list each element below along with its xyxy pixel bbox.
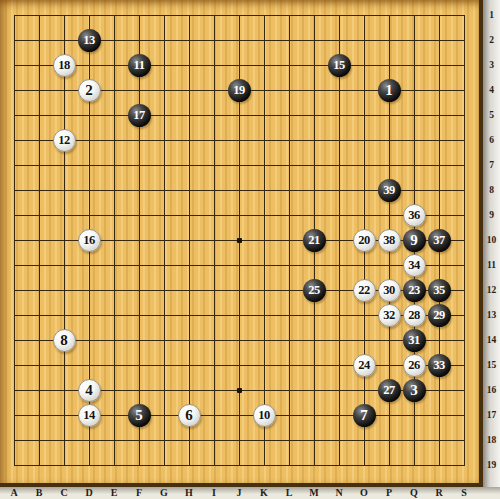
stone-number: 29	[433, 309, 445, 322]
stone-30: 30	[378, 279, 401, 302]
stone-36: 36	[403, 204, 426, 227]
stone-number: 19	[233, 84, 245, 97]
stone-number: 5	[135, 408, 143, 423]
stone-21: 21	[303, 229, 326, 252]
column-label-C: C	[52, 487, 76, 499]
stone-7: 7	[353, 404, 376, 427]
stone-6: 6	[178, 404, 201, 427]
stone-39: 39	[378, 179, 401, 202]
stone-number: 34	[408, 259, 420, 272]
stone-15: 15	[328, 54, 351, 77]
stone-number: 8	[60, 333, 68, 348]
stone-number: 15	[333, 59, 345, 72]
column-label-H: H	[177, 487, 201, 499]
grid-line-horizontal	[14, 265, 465, 266]
grid-line-vertical	[464, 15, 465, 466]
stone-13: 13	[78, 29, 101, 52]
column-label-A: A	[2, 487, 26, 499]
stone-24: 24	[353, 354, 376, 377]
stone-number: 31	[408, 334, 420, 347]
stone-number: 27	[383, 384, 395, 397]
stone-3: 3	[403, 379, 426, 402]
stone-9: 9	[403, 229, 426, 252]
star-point	[237, 238, 242, 243]
row-label-5: 5	[483, 108, 500, 122]
go-kifu-viewer: ABCDEFGHIJKLMNOPQRS123456789101112131415…	[0, 0, 500, 499]
stone-1: 1	[378, 79, 401, 102]
stone-10: 10	[253, 404, 276, 427]
stone-number: 30	[383, 284, 395, 297]
stone-number: 6	[185, 408, 193, 423]
row-label-15: 15	[483, 358, 500, 372]
stone-14: 14	[78, 404, 101, 427]
stone-number: 21	[308, 234, 320, 247]
stone-number: 35	[433, 284, 445, 297]
row-label-14: 14	[483, 333, 500, 347]
stone-8: 8	[53, 329, 76, 352]
stone-29: 29	[428, 304, 451, 327]
row-label-4: 4	[483, 83, 500, 97]
stone-4: 4	[78, 379, 101, 402]
stone-number: 18	[58, 59, 70, 72]
stone-number: 24	[358, 359, 370, 372]
stone-33: 33	[428, 354, 451, 377]
column-label-L: L	[277, 487, 301, 499]
column-label-J: J	[227, 487, 251, 499]
stone-20: 20	[353, 229, 376, 252]
column-label-D: D	[77, 487, 101, 499]
stone-2: 2	[78, 79, 101, 102]
row-label-19: 19	[483, 458, 500, 472]
row-label-17: 17	[483, 408, 500, 422]
stone-23: 23	[403, 279, 426, 302]
row-label-1: 1	[483, 8, 500, 22]
column-label-F: F	[127, 487, 151, 499]
stone-5: 5	[128, 404, 151, 427]
stone-number: 39	[383, 184, 395, 197]
column-label-O: O	[352, 487, 376, 499]
stone-16: 16	[78, 229, 101, 252]
stone-number: 36	[408, 209, 420, 222]
stone-number: 3	[410, 383, 418, 398]
row-label-11: 11	[483, 258, 500, 272]
stone-number: 25	[308, 284, 320, 297]
stone-number: 37	[433, 234, 445, 247]
stone-number: 12	[58, 134, 70, 147]
column-label-G: G	[152, 487, 176, 499]
column-label-N: N	[327, 487, 351, 499]
stone-27: 27	[378, 379, 401, 402]
row-label-2: 2	[483, 33, 500, 47]
row-label-9: 9	[483, 208, 500, 222]
stone-number: 2	[85, 83, 93, 98]
row-label-12: 12	[483, 283, 500, 297]
stone-32: 32	[378, 304, 401, 327]
grid-line-horizontal	[14, 365, 465, 366]
stone-26: 26	[403, 354, 426, 377]
column-label-M: M	[302, 487, 326, 499]
stone-34: 34	[403, 254, 426, 277]
row-label-13: 13	[483, 308, 500, 322]
star-point	[237, 388, 242, 393]
stone-number: 16	[83, 234, 95, 247]
stone-number: 4	[85, 383, 93, 398]
stone-number: 26	[408, 359, 420, 372]
column-label-I: I	[202, 487, 226, 499]
grid-line-horizontal	[14, 465, 465, 466]
stone-number: 13	[83, 34, 95, 47]
stone-37: 37	[428, 229, 451, 252]
stone-number: 33	[433, 359, 445, 372]
column-label-Q: Q	[402, 487, 426, 499]
row-label-8: 8	[483, 183, 500, 197]
column-label-K: K	[252, 487, 276, 499]
stone-number: 32	[383, 309, 395, 322]
stone-19: 19	[228, 79, 251, 102]
stone-number: 17	[133, 109, 145, 122]
grid-line-vertical	[264, 15, 265, 466]
stone-12: 12	[53, 129, 76, 152]
stone-31: 31	[403, 329, 426, 352]
stone-38: 38	[378, 229, 401, 252]
stone-number: 28	[408, 309, 420, 322]
stone-18: 18	[53, 54, 76, 77]
row-label-10: 10	[483, 233, 500, 247]
stone-number: 14	[83, 409, 95, 422]
row-label-16: 16	[483, 383, 500, 397]
row-label-3: 3	[483, 58, 500, 72]
column-label-E: E	[102, 487, 126, 499]
row-label-7: 7	[483, 158, 500, 172]
column-label-S: S	[452, 487, 476, 499]
stone-22: 22	[353, 279, 376, 302]
stone-number: 11	[134, 59, 145, 72]
stone-number: 7	[360, 408, 368, 423]
stone-17: 17	[128, 104, 151, 127]
stone-number: 20	[358, 234, 370, 247]
column-label-R: R	[427, 487, 451, 499]
stone-28: 28	[403, 304, 426, 327]
column-label-B: B	[27, 487, 51, 499]
stone-number: 38	[383, 234, 395, 247]
stone-number: 22	[358, 284, 370, 297]
stone-number: 10	[258, 409, 270, 422]
grid-line-vertical	[339, 15, 340, 466]
stone-number: 1	[385, 83, 393, 98]
stone-25: 25	[303, 279, 326, 302]
stone-11: 11	[128, 54, 151, 77]
stone-35: 35	[428, 279, 451, 302]
stone-number: 23	[408, 284, 420, 297]
grid-line-horizontal	[14, 340, 465, 341]
row-label-6: 6	[483, 133, 500, 147]
grid-line-horizontal	[14, 440, 465, 441]
stone-number: 9	[410, 233, 418, 248]
column-label-P: P	[377, 487, 401, 499]
grid-line-vertical	[289, 15, 290, 466]
row-label-18: 18	[483, 433, 500, 447]
